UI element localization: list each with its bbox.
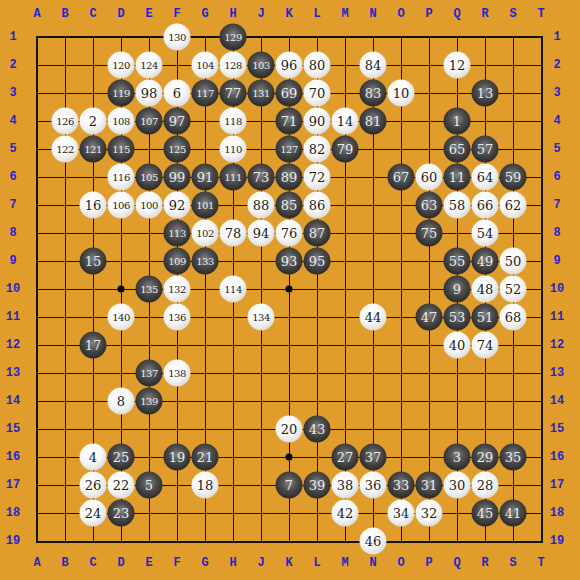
stone-O3[interactable]: 10	[388, 80, 415, 107]
stone-L6[interactable]: 72	[304, 164, 331, 191]
stone-L3[interactable]: 70	[304, 80, 331, 107]
stone-N2[interactable]: 84	[360, 52, 387, 79]
stone-E3[interactable]: 98	[136, 80, 163, 107]
coord-label-right-4: 4	[553, 115, 560, 127]
coord-label-left-17: 17	[6, 479, 20, 491]
coord-label-left-13: 13	[6, 367, 20, 379]
stone-E4[interactable]: 107	[136, 108, 163, 135]
stone-E17[interactable]: 5	[136, 472, 163, 499]
stone-K2[interactable]: 96	[276, 52, 303, 79]
coord-label-left-10: 10	[6, 283, 20, 295]
stone-Q6[interactable]: 11	[444, 164, 471, 191]
stone-R16[interactable]: 29	[472, 444, 499, 471]
stone-M4[interactable]: 14	[332, 108, 359, 135]
stone-F11[interactable]: 136	[164, 304, 191, 331]
stone-K5[interactable]: 127	[276, 136, 303, 163]
stone-Q4[interactable]: 1	[444, 108, 471, 135]
stone-G2[interactable]: 104	[192, 52, 219, 79]
stone-S9[interactable]: 50	[500, 248, 527, 275]
stone-N3[interactable]: 83	[360, 80, 387, 107]
coord-label-right-5: 5	[553, 143, 560, 155]
stone-P6[interactable]: 60	[416, 164, 443, 191]
coord-label-top-H: H	[229, 8, 236, 20]
coord-label-top-N: N	[369, 8, 376, 20]
coord-label-right-6: 6	[553, 171, 560, 183]
coord-label-top-M: M	[341, 8, 348, 20]
coord-label-top-R: R	[481, 8, 488, 20]
coord-label-top-A: A	[33, 8, 40, 20]
coord-label-bottom-N: N	[369, 557, 376, 569]
stone-G9[interactable]: 133	[192, 248, 219, 275]
stone-F5[interactable]: 125	[164, 136, 191, 163]
coord-label-top-K: K	[285, 8, 292, 20]
coord-label-top-B: B	[61, 8, 68, 20]
stone-K8[interactable]: 76	[276, 220, 303, 247]
star-point-K16	[286, 454, 293, 461]
stone-R12[interactable]: 74	[472, 332, 499, 359]
stone-K9[interactable]: 93	[276, 248, 303, 275]
stone-G8[interactable]: 102	[192, 220, 219, 247]
stone-P17[interactable]: 31	[416, 472, 443, 499]
stone-K7[interactable]: 85	[276, 192, 303, 219]
stone-G17[interactable]: 18	[192, 472, 219, 499]
stone-O18[interactable]: 34	[388, 500, 415, 527]
stone-J8[interactable]: 94	[248, 220, 275, 247]
stone-R8[interactable]: 54	[472, 220, 499, 247]
coord-label-top-S: S	[509, 8, 516, 20]
stone-F16[interactable]: 19	[164, 444, 191, 471]
go-board[interactable]: AABBCCDDEEFFGGHHJJKKLLMMNNOOPPQQRRSSTT11…	[0, 0, 580, 580]
stone-H6[interactable]: 111	[220, 164, 247, 191]
coord-label-left-16: 16	[6, 451, 20, 463]
stone-S18[interactable]: 41	[500, 500, 527, 527]
stone-F4[interactable]: 97	[164, 108, 191, 135]
stone-L4[interactable]: 90	[304, 108, 331, 135]
coord-label-right-15: 15	[550, 423, 564, 435]
stone-H10[interactable]: 114	[220, 276, 247, 303]
stone-Q7[interactable]: 58	[444, 192, 471, 219]
stone-H1[interactable]: 129	[220, 24, 247, 51]
coord-label-top-O: O	[397, 8, 404, 20]
stone-L17[interactable]: 39	[304, 472, 331, 499]
stone-N11[interactable]: 44	[360, 304, 387, 331]
stone-S16[interactable]: 35	[500, 444, 527, 471]
stone-H3[interactable]: 77	[220, 80, 247, 107]
coord-label-bottom-A: A	[33, 557, 40, 569]
stone-F9[interactable]: 109	[164, 248, 191, 275]
coord-label-left-9: 9	[9, 255, 16, 267]
coord-label-right-8: 8	[553, 227, 560, 239]
stone-E13[interactable]: 137	[136, 360, 163, 387]
stone-N16[interactable]: 37	[360, 444, 387, 471]
coord-label-left-1: 1	[9, 31, 16, 43]
coord-label-right-18: 18	[550, 507, 564, 519]
stone-H5[interactable]: 110	[220, 136, 247, 163]
stone-K6[interactable]: 89	[276, 164, 303, 191]
stone-E10[interactable]: 135	[136, 276, 163, 303]
coord-label-bottom-K: K	[285, 557, 292, 569]
coord-label-bottom-S: S	[509, 557, 516, 569]
stone-D11[interactable]: 140	[108, 304, 135, 331]
stone-Q11[interactable]: 53	[444, 304, 471, 331]
stone-K3[interactable]: 69	[276, 80, 303, 107]
stone-J11[interactable]: 134	[248, 304, 275, 331]
stone-G16[interactable]: 21	[192, 444, 219, 471]
stone-Q17[interactable]: 30	[444, 472, 471, 499]
coord-label-left-7: 7	[9, 199, 16, 211]
coord-label-right-2: 2	[553, 59, 560, 71]
stone-H4[interactable]: 118	[220, 108, 247, 135]
stone-Q2[interactable]: 12	[444, 52, 471, 79]
stone-R10[interactable]: 48	[472, 276, 499, 303]
stone-S10[interactable]: 52	[500, 276, 527, 303]
coord-label-right-13: 13	[550, 367, 564, 379]
coord-label-bottom-T: T	[537, 557, 544, 569]
stone-Q16[interactable]: 3	[444, 444, 471, 471]
stone-M17[interactable]: 38	[332, 472, 359, 499]
coord-label-bottom-P: P	[425, 557, 432, 569]
coord-label-right-11: 11	[550, 311, 564, 323]
coord-label-top-D: D	[117, 8, 124, 20]
coord-label-left-2: 2	[9, 59, 16, 71]
coord-label-top-C: C	[89, 8, 96, 20]
stone-Q12[interactable]: 40	[444, 332, 471, 359]
stone-C9[interactable]: 15	[80, 248, 107, 275]
stone-L7[interactable]: 86	[304, 192, 331, 219]
stone-H2[interactable]: 128	[220, 52, 247, 79]
stone-M18[interactable]: 42	[332, 500, 359, 527]
coord-label-bottom-O: O	[397, 557, 404, 569]
coord-label-bottom-M: M	[341, 557, 348, 569]
coord-label-right-9: 9	[553, 255, 560, 267]
star-point-K10	[286, 286, 293, 293]
coord-label-top-T: T	[537, 8, 544, 20]
coord-label-bottom-H: H	[229, 557, 236, 569]
stone-C4[interactable]: 2	[80, 108, 107, 135]
stone-C5[interactable]: 121	[80, 136, 107, 163]
stone-P7[interactable]: 63	[416, 192, 443, 219]
coord-label-right-7: 7	[553, 199, 560, 211]
coord-label-top-F: F	[173, 8, 180, 20]
coord-label-bottom-D: D	[117, 557, 124, 569]
stone-K15[interactable]: 20	[276, 416, 303, 443]
coord-label-left-18: 18	[6, 507, 20, 519]
stone-D16[interactable]: 25	[108, 444, 135, 471]
stone-D17[interactable]: 22	[108, 472, 135, 499]
coord-label-bottom-F: F	[173, 557, 180, 569]
stone-N17[interactable]: 36	[360, 472, 387, 499]
stone-C16[interactable]: 4	[80, 444, 107, 471]
coord-label-bottom-Q: Q	[453, 557, 460, 569]
stone-R3[interactable]: 13	[472, 80, 499, 107]
stone-M5[interactable]: 79	[332, 136, 359, 163]
coord-label-right-1: 1	[553, 31, 560, 43]
coord-label-bottom-L: L	[313, 557, 320, 569]
stone-F3[interactable]: 6	[164, 80, 191, 107]
stone-S7[interactable]: 62	[500, 192, 527, 219]
stone-K17[interactable]: 7	[276, 472, 303, 499]
stone-P18[interactable]: 32	[416, 500, 443, 527]
stone-P11[interactable]: 47	[416, 304, 443, 331]
coord-label-left-5: 5	[9, 143, 16, 155]
stone-D18[interactable]: 23	[108, 500, 135, 527]
stone-J6[interactable]: 73	[248, 164, 275, 191]
coord-label-left-3: 3	[9, 87, 16, 99]
stone-N19[interactable]: 46	[360, 528, 387, 555]
stone-R17[interactable]: 28	[472, 472, 499, 499]
stone-Q10[interactable]: 9	[444, 276, 471, 303]
stone-E2[interactable]: 124	[136, 52, 163, 79]
stone-Q9[interactable]: 55	[444, 248, 471, 275]
stone-G7[interactable]: 101	[192, 192, 219, 219]
coord-label-top-J: J	[257, 8, 264, 20]
stone-J7[interactable]: 88	[248, 192, 275, 219]
stone-C12[interactable]: 17	[80, 332, 107, 359]
coord-label-bottom-R: R	[481, 557, 488, 569]
stone-L8[interactable]: 87	[304, 220, 331, 247]
coord-label-left-14: 14	[6, 395, 20, 407]
stone-R11[interactable]: 51	[472, 304, 499, 331]
coord-label-top-Q: Q	[453, 8, 460, 20]
stone-F8[interactable]: 113	[164, 220, 191, 247]
stone-F6[interactable]: 99	[164, 164, 191, 191]
coord-label-bottom-B: B	[61, 557, 68, 569]
coord-label-right-14: 14	[550, 395, 564, 407]
coord-label-top-G: G	[201, 8, 208, 20]
coord-label-top-L: L	[313, 8, 320, 20]
stone-R5[interactable]: 57	[472, 136, 499, 163]
stone-H8[interactable]: 78	[220, 220, 247, 247]
stone-O17[interactable]: 33	[388, 472, 415, 499]
stone-R7[interactable]: 66	[472, 192, 499, 219]
stone-N4[interactable]: 81	[360, 108, 387, 135]
stone-L15[interactable]: 43	[304, 416, 331, 443]
stone-E7[interactable]: 100	[136, 192, 163, 219]
stone-O6[interactable]: 67	[388, 164, 415, 191]
stone-E6[interactable]: 105	[136, 164, 163, 191]
stone-B5[interactable]: 122	[52, 136, 79, 163]
stone-G3[interactable]: 117	[192, 80, 219, 107]
stone-D2[interactable]: 120	[108, 52, 135, 79]
stone-F10[interactable]: 132	[164, 276, 191, 303]
coord-label-right-3: 3	[553, 87, 560, 99]
coord-label-bottom-G: G	[201, 557, 208, 569]
stone-E14[interactable]: 139	[136, 388, 163, 415]
coord-label-left-12: 12	[6, 339, 20, 351]
stone-J3[interactable]: 131	[248, 80, 275, 107]
stone-F13[interactable]: 138	[164, 360, 191, 387]
stone-Q5[interactable]: 65	[444, 136, 471, 163]
stone-L9[interactable]: 95	[304, 248, 331, 275]
stone-S6[interactable]: 59	[500, 164, 527, 191]
stone-P8[interactable]: 75	[416, 220, 443, 247]
coord-label-bottom-E: E	[145, 557, 152, 569]
stone-R6[interactable]: 64	[472, 164, 499, 191]
coord-label-left-6: 6	[9, 171, 16, 183]
coord-label-left-8: 8	[9, 227, 16, 239]
stone-F7[interactable]: 92	[164, 192, 191, 219]
stone-R9[interactable]: 49	[472, 248, 499, 275]
coord-label-left-15: 15	[6, 423, 20, 435]
stone-K4[interactable]: 71	[276, 108, 303, 135]
stone-D5[interactable]: 115	[108, 136, 135, 163]
coord-label-right-17: 17	[550, 479, 564, 491]
stone-M16[interactable]: 27	[332, 444, 359, 471]
stone-G6[interactable]: 91	[192, 164, 219, 191]
stone-D3[interactable]: 119	[108, 80, 135, 107]
stone-S11[interactable]: 68	[500, 304, 527, 331]
coord-label-bottom-J: J	[257, 557, 264, 569]
stone-L2[interactable]: 80	[304, 52, 331, 79]
coord-label-left-11: 11	[6, 311, 20, 323]
stone-D7[interactable]: 106	[108, 192, 135, 219]
coord-label-right-10: 10	[550, 283, 564, 295]
stone-C17[interactable]: 26	[80, 472, 107, 499]
stone-R18[interactable]: 45	[472, 500, 499, 527]
coord-label-bottom-C: C	[89, 557, 96, 569]
coord-label-left-4: 4	[9, 115, 16, 127]
coord-label-top-E: E	[145, 8, 152, 20]
stone-L5[interactable]: 82	[304, 136, 331, 163]
coord-label-top-P: P	[425, 8, 432, 20]
stone-J2[interactable]: 103	[248, 52, 275, 79]
star-point-D10	[118, 286, 125, 293]
stone-D4[interactable]: 108	[108, 108, 135, 135]
stone-D6[interactable]: 116	[108, 164, 135, 191]
stone-C7[interactable]: 16	[80, 192, 107, 219]
coord-label-left-19: 19	[6, 535, 20, 547]
stone-B4[interactable]: 126	[52, 108, 79, 135]
stone-C18[interactable]: 24	[80, 500, 107, 527]
coord-label-right-12: 12	[550, 339, 564, 351]
stone-D14[interactable]: 8	[108, 388, 135, 415]
coord-label-right-16: 16	[550, 451, 564, 463]
stone-F1[interactable]: 130	[164, 24, 191, 51]
coord-label-right-19: 19	[550, 535, 564, 547]
